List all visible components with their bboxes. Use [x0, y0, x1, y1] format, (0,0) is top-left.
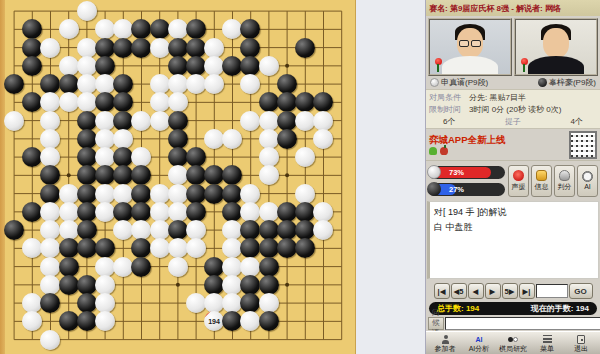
board-cell[interactable] [78, 93, 96, 111]
board-cell[interactable] [332, 276, 350, 294]
board-cell[interactable] [260, 294, 278, 312]
board-cell[interactable] [151, 57, 169, 75]
greeting-input[interactable] [445, 317, 600, 330]
board-cell[interactable] [23, 20, 41, 38]
nav-button-2[interactable]: ◀ [468, 283, 484, 299]
board-cell[interactable] [260, 312, 278, 330]
board-cell[interactable] [132, 20, 150, 38]
board-cell[interactable] [114, 239, 132, 257]
board-cell[interactable] [60, 166, 78, 184]
board-cell[interactable] [260, 130, 278, 148]
board-cell[interactable] [223, 93, 241, 111]
board-cell[interactable] [314, 221, 332, 239]
board-cell[interactable] [132, 294, 150, 312]
toolbar-退出[interactable]: 退出 [566, 335, 596, 352]
board-cell[interactable] [114, 203, 132, 221]
board-cell[interactable] [151, 221, 169, 239]
board-cell[interactable] [278, 2, 296, 20]
board-cell[interactable] [60, 39, 78, 57]
board-cell[interactable] [23, 75, 41, 93]
board-cell[interactable] [78, 148, 96, 166]
board-cell[interactable] [41, 203, 59, 221]
board-cell[interactable] [23, 130, 41, 148]
board-cell[interactable] [205, 185, 223, 203]
board-cell[interactable] [114, 57, 132, 75]
board-cell[interactable] [60, 312, 78, 330]
board-cell[interactable] [223, 20, 241, 38]
board-cell[interactable] [241, 312, 259, 330]
board-cell[interactable] [223, 2, 241, 20]
board-cell[interactable] [60, 203, 78, 221]
board-cell[interactable] [151, 203, 169, 221]
board-cell[interactable] [260, 20, 278, 38]
board-cell[interactable] [132, 185, 150, 203]
board-cell[interactable] [5, 93, 23, 111]
board-cell[interactable] [114, 148, 132, 166]
board-cell[interactable] [278, 130, 296, 148]
board-cell[interactable] [41, 148, 59, 166]
board-cell[interactable] [296, 221, 314, 239]
board-cell[interactable] [5, 221, 23, 239]
board-cell[interactable] [41, 221, 59, 239]
board-cell[interactable] [151, 294, 169, 312]
board-cell[interactable] [314, 312, 332, 330]
toolbar-菜单[interactable]: 菜单 [532, 335, 562, 352]
board-cell[interactable] [114, 39, 132, 57]
board-cell[interactable] [241, 294, 259, 312]
board-cell[interactable] [60, 258, 78, 276]
board-cell[interactable] [314, 166, 332, 184]
board-cell[interactable] [187, 239, 205, 257]
board-cell[interactable] [314, 148, 332, 166]
board-cell[interactable] [114, 130, 132, 148]
board-cell[interactable] [241, 276, 259, 294]
board-cell[interactable] [260, 221, 278, 239]
board-cell[interactable] [169, 276, 187, 294]
board-cell[interactable] [60, 2, 78, 20]
board-cell[interactable] [114, 93, 132, 111]
board-cell[interactable] [260, 166, 278, 184]
nav-button-3[interactable]: ▶ [485, 283, 501, 299]
board-cell[interactable] [187, 112, 205, 130]
board-cell[interactable] [241, 75, 259, 93]
board-cell[interactable] [132, 166, 150, 184]
board-cell[interactable] [187, 276, 205, 294]
board-cell[interactable] [260, 75, 278, 93]
board-cell[interactable] [78, 2, 96, 20]
board-cell[interactable] [96, 20, 114, 38]
board-cell[interactable] [96, 221, 114, 239]
board-cell[interactable] [169, 75, 187, 93]
board-cell[interactable] [296, 331, 314, 349]
board-cell[interactable] [151, 130, 169, 148]
board-cell[interactable] [41, 112, 59, 130]
board-cell[interactable] [132, 39, 150, 57]
board-cell[interactable] [114, 294, 132, 312]
board-cell[interactable] [278, 185, 296, 203]
board-cell[interactable] [314, 276, 332, 294]
board-cell[interactable] [151, 2, 169, 20]
board-cell[interactable] [132, 75, 150, 93]
board-cell[interactable] [96, 203, 114, 221]
board-cell[interactable] [205, 57, 223, 75]
board-cell[interactable] [114, 331, 132, 349]
board-cell[interactable] [78, 294, 96, 312]
board-cell[interactable] [132, 93, 150, 111]
board-cell[interactable] [205, 148, 223, 166]
board-cell[interactable] [187, 221, 205, 239]
board-cell[interactable] [41, 130, 59, 148]
board-cell[interactable] [78, 57, 96, 75]
board-cell[interactable] [205, 331, 223, 349]
board-cell[interactable] [332, 39, 350, 57]
board-cell[interactable] [114, 221, 132, 239]
board-cell[interactable] [332, 20, 350, 38]
board-cell[interactable] [260, 2, 278, 20]
board-cell[interactable] [205, 258, 223, 276]
board-cell[interactable] [60, 221, 78, 239]
board-cell[interactable] [5, 294, 23, 312]
board-cell[interactable] [314, 20, 332, 38]
board-cell[interactable] [241, 331, 259, 349]
board-cell[interactable] [23, 166, 41, 184]
board-cell[interactable] [241, 148, 259, 166]
board-cell[interactable] [114, 166, 132, 184]
move-number-input[interactable] [536, 284, 568, 298]
board-cell[interactable] [169, 93, 187, 111]
board-cell[interactable] [205, 112, 223, 130]
board-cell[interactable] [96, 294, 114, 312]
board-cell[interactable] [314, 130, 332, 148]
board-cell[interactable] [314, 258, 332, 276]
board-cell[interactable] [96, 166, 114, 184]
board-cell[interactable] [223, 203, 241, 221]
board-cell[interactable] [23, 39, 41, 57]
board-cell[interactable] [60, 331, 78, 349]
board-cell[interactable] [23, 221, 41, 239]
board-cell[interactable] [60, 185, 78, 203]
board-cell[interactable] [5, 331, 23, 349]
board-cell[interactable] [78, 112, 96, 130]
board-cell[interactable] [41, 258, 59, 276]
go-button[interactable]: GO [569, 283, 593, 299]
nav-button-5[interactable]: ▶| [519, 283, 535, 299]
board-cell[interactable] [314, 2, 332, 20]
action-button-信息[interactable]: 信息 [531, 165, 552, 197]
board-cell[interactable] [241, 185, 259, 203]
board-cell[interactable] [332, 185, 350, 203]
board-cell[interactable] [23, 185, 41, 203]
board-cell[interactable] [223, 294, 241, 312]
board-cell[interactable] [205, 130, 223, 148]
board-cell[interactable] [187, 185, 205, 203]
board-cell[interactable] [151, 39, 169, 57]
board-cell[interactable] [260, 276, 278, 294]
board-cell[interactable] [296, 258, 314, 276]
board-cell[interactable] [223, 312, 241, 330]
board-cell[interactable] [78, 20, 96, 38]
board-cell[interactable] [241, 203, 259, 221]
board-cell[interactable] [23, 294, 41, 312]
board-cell[interactable] [205, 294, 223, 312]
board-cell[interactable] [169, 148, 187, 166]
board-cell[interactable] [332, 75, 350, 93]
board-cell[interactable] [96, 312, 114, 330]
board-cell[interactable] [332, 239, 350, 257]
board-grid[interactable]: 194 [5, 2, 351, 349]
board-cell[interactable] [169, 39, 187, 57]
board-cell[interactable] [278, 203, 296, 221]
board-cell[interactable] [96, 276, 114, 294]
board-cell[interactable] [78, 331, 96, 349]
board-cell[interactable] [187, 166, 205, 184]
board-cell[interactable] [241, 2, 259, 20]
board-cell[interactable] [278, 39, 296, 57]
board-cell[interactable] [241, 130, 259, 148]
board-cell[interactable] [23, 331, 41, 349]
board-cell[interactable] [5, 276, 23, 294]
board-cell[interactable] [60, 93, 78, 111]
toolbar-参加者[interactable]: 参加者 [430, 335, 460, 352]
board-cell[interactable] [332, 312, 350, 330]
board-cell[interactable] [205, 239, 223, 257]
board-cell[interactable] [151, 276, 169, 294]
board-cell[interactable] [114, 185, 132, 203]
board-cell[interactable] [132, 312, 150, 330]
board-cell[interactable] [151, 331, 169, 349]
board-cell[interactable] [5, 20, 23, 38]
board-cell[interactable] [78, 130, 96, 148]
board-cell[interactable] [332, 203, 350, 221]
board-cell[interactable] [187, 2, 205, 20]
board-cell[interactable] [169, 185, 187, 203]
board-cell[interactable] [187, 294, 205, 312]
board-cell[interactable] [296, 75, 314, 93]
board-cell[interactable] [169, 166, 187, 184]
board-cell[interactable] [223, 148, 241, 166]
action-button-AI[interactable]: AI [577, 165, 598, 197]
board-cell[interactable] [41, 39, 59, 57]
board-cell[interactable] [260, 57, 278, 75]
board-cell[interactable] [151, 166, 169, 184]
board-cell[interactable] [60, 130, 78, 148]
board-cell[interactable] [114, 312, 132, 330]
board-cell[interactable] [114, 276, 132, 294]
board-cell[interactable] [332, 258, 350, 276]
board-cell[interactable] [169, 203, 187, 221]
board-cell[interactable] [314, 294, 332, 312]
board-cell[interactable] [132, 2, 150, 20]
board-cell[interactable] [296, 239, 314, 257]
board-cell[interactable] [132, 239, 150, 257]
board-cell[interactable] [151, 258, 169, 276]
board-cell[interactable] [23, 239, 41, 257]
board-cell[interactable] [41, 75, 59, 93]
board-cell[interactable] [296, 93, 314, 111]
board-cell[interactable] [241, 166, 259, 184]
board-cell[interactable] [296, 57, 314, 75]
board-cell[interactable] [169, 312, 187, 330]
nav-button-1[interactable]: ◀5 [451, 283, 467, 299]
board-cell[interactable] [78, 312, 96, 330]
board-cell[interactable] [5, 39, 23, 57]
board-cell[interactable] [5, 130, 23, 148]
greeting-tab[interactable]: 问候语 [428, 317, 444, 330]
board-cell[interactable] [60, 239, 78, 257]
board-cell[interactable] [187, 331, 205, 349]
board-cell[interactable] [205, 203, 223, 221]
board-cell[interactable] [96, 130, 114, 148]
board-cell[interactable] [60, 20, 78, 38]
board-cell[interactable] [241, 112, 259, 130]
board-cell[interactable] [5, 112, 23, 130]
board-cell[interactable] [132, 130, 150, 148]
board-cell[interactable] [187, 130, 205, 148]
board-cell[interactable] [132, 221, 150, 239]
board-cell[interactable] [41, 239, 59, 257]
toolbar-AI分析[interactable]: AIAI分析 [464, 335, 494, 352]
board-cell[interactable] [132, 148, 150, 166]
board-cell[interactable] [223, 239, 241, 257]
board-cell[interactable] [296, 20, 314, 38]
board-cell[interactable] [187, 93, 205, 111]
board-cell[interactable] [169, 57, 187, 75]
board-cell[interactable] [205, 39, 223, 57]
board-cell[interactable] [260, 258, 278, 276]
board-cell[interactable] [241, 221, 259, 239]
board-cell[interactable] [96, 185, 114, 203]
board-cell[interactable] [169, 2, 187, 20]
commentary-box[interactable]: 对[ 194 手 ]的解说 白 中盘胜 [427, 201, 599, 279]
board-cell[interactable] [260, 112, 278, 130]
board-cell[interactable] [260, 93, 278, 111]
board-cell[interactable] [41, 312, 59, 330]
board-cell[interactable] [205, 276, 223, 294]
board-cell[interactable] [5, 312, 23, 330]
board-cell[interactable] [241, 258, 259, 276]
board-cell[interactable] [169, 239, 187, 257]
board-cell[interactable] [96, 39, 114, 57]
board-cell[interactable] [332, 2, 350, 20]
board-cell[interactable] [169, 130, 187, 148]
board-cell[interactable] [169, 112, 187, 130]
board-cell[interactable] [223, 258, 241, 276]
board-cell[interactable] [223, 130, 241, 148]
board-cell[interactable] [296, 312, 314, 330]
board-cell[interactable] [332, 331, 350, 349]
board-cell[interactable] [5, 166, 23, 184]
board-cell[interactable] [205, 93, 223, 111]
board-cell[interactable] [223, 276, 241, 294]
board-cell[interactable] [5, 75, 23, 93]
board-cell[interactable] [278, 294, 296, 312]
board-cell[interactable] [187, 39, 205, 57]
board-cell[interactable] [278, 239, 296, 257]
board-cell[interactable] [132, 112, 150, 130]
board-cell[interactable] [332, 294, 350, 312]
board-cell[interactable] [169, 331, 187, 349]
board-cell[interactable] [205, 75, 223, 93]
board-cell[interactable] [241, 93, 259, 111]
board-cell[interactable] [114, 75, 132, 93]
board-cell[interactable] [187, 258, 205, 276]
board-cell[interactable] [260, 148, 278, 166]
board-cell[interactable] [332, 130, 350, 148]
board-cell[interactable] [132, 258, 150, 276]
board-cell[interactable] [278, 276, 296, 294]
board-cell[interactable] [314, 112, 332, 130]
board-cell[interactable] [260, 239, 278, 257]
board-cell[interactable] [41, 57, 59, 75]
board-cell[interactable] [278, 112, 296, 130]
board-cell[interactable] [260, 331, 278, 349]
board-cell[interactable] [41, 185, 59, 203]
board-cell[interactable] [314, 331, 332, 349]
board-cell[interactable] [151, 312, 169, 330]
board-cell[interactable] [5, 239, 23, 257]
board-cell[interactable] [96, 258, 114, 276]
board-cell[interactable] [278, 312, 296, 330]
board-cell[interactable] [296, 148, 314, 166]
board-cell[interactable] [169, 258, 187, 276]
board-cell[interactable] [314, 75, 332, 93]
board-cell[interactable] [223, 57, 241, 75]
board-cell[interactable] [278, 258, 296, 276]
board-cell[interactable] [78, 185, 96, 203]
board-cell[interactable] [60, 276, 78, 294]
board-cell[interactable] [41, 331, 59, 349]
board-cell[interactable] [151, 185, 169, 203]
board-cell[interactable] [23, 276, 41, 294]
board-cell[interactable] [187, 57, 205, 75]
board-cell[interactable] [278, 75, 296, 93]
board-cell[interactable] [78, 39, 96, 57]
board-cell[interactable] [314, 239, 332, 257]
board-cell[interactable] [332, 221, 350, 239]
board-cell[interactable] [205, 2, 223, 20]
board-cell[interactable] [278, 57, 296, 75]
board-cell[interactable] [132, 276, 150, 294]
board-cell[interactable] [296, 294, 314, 312]
nav-button-4[interactable]: 5▶ [502, 283, 518, 299]
board-cell[interactable] [278, 93, 296, 111]
board-cell[interactable] [23, 112, 41, 130]
action-button-声援[interactable]: 声援 [508, 165, 529, 197]
board-cell[interactable] [332, 112, 350, 130]
board-cell[interactable] [78, 221, 96, 239]
board-cell[interactable] [23, 93, 41, 111]
board-cell[interactable] [41, 20, 59, 38]
board-cell[interactable] [114, 112, 132, 130]
board-cell[interactable] [223, 75, 241, 93]
board-cell[interactable] [5, 2, 23, 20]
board-cell[interactable] [314, 57, 332, 75]
board-cell[interactable] [151, 75, 169, 93]
board-cell[interactable] [96, 57, 114, 75]
board-cell[interactable] [205, 221, 223, 239]
board-cell[interactable] [151, 239, 169, 257]
board-cell[interactable] [60, 294, 78, 312]
board-cell[interactable] [260, 203, 278, 221]
board-cell[interactable] [241, 57, 259, 75]
board-cell[interactable] [132, 203, 150, 221]
board-cell[interactable] [96, 112, 114, 130]
board-cell[interactable] [187, 203, 205, 221]
board-cell[interactable] [223, 112, 241, 130]
board-cell[interactable] [187, 20, 205, 38]
board-cell[interactable] [96, 2, 114, 20]
board-cell[interactable] [332, 148, 350, 166]
